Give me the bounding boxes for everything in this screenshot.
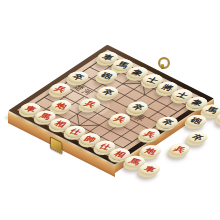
piece-character: 卒	[160, 118, 175, 126]
piece-character: 兵	[53, 85, 68, 93]
piece-character: 象	[190, 99, 205, 107]
piece-character: 仕	[98, 142, 113, 150]
intersection-f8-r6: 兵	[165, 141, 194, 158]
piece-character: 卒	[71, 73, 86, 81]
piece-character: 將	[160, 84, 175, 92]
piece-character: 兵	[142, 130, 157, 138]
brass-hinge-icon	[50, 136, 62, 154]
product-photo: 楚河 漢界 車馬象士將士象馬車砲砲卒卒卒卒卒兵兵兵兵兵炮炮車馬相仕帥仕相馬車	[0, 0, 220, 220]
brass-ring-stem	[161, 64, 164, 69]
piece-red-soldier[interactable]: 兵	[105, 111, 134, 128]
piece-character: 仕	[68, 127, 83, 135]
piece-character: 砲	[99, 71, 114, 79]
piece-character: 車	[23, 105, 38, 113]
piece-character: 卒	[130, 103, 145, 111]
intersection-f2-r6: 兵	[76, 96, 105, 113]
intersection-f4-r6: 兵	[105, 111, 134, 128]
piece-character: 兵	[83, 100, 98, 108]
piece-character: 炮	[54, 102, 69, 110]
piece-black-soldier[interactable]: 卒	[93, 84, 122, 101]
intersection-f2-r3: 卒	[93, 84, 122, 101]
piece-character: 車	[142, 165, 157, 173]
board-grid: 車馬象士將士象馬車砲砲卒卒卒卒卒兵兵兵兵兵炮炮車馬相仕帥仕相馬車	[16, 49, 206, 160]
piece-character: 士	[145, 76, 160, 84]
piece-character: 馬	[115, 61, 130, 69]
piece-character: 砲	[189, 117, 204, 125]
xiangqi-board: 楚河 漢界 車馬象士將士象馬車砲砲卒卒卒卒卒兵兵兵兵兵炮炮車馬相仕帥仕相馬車	[8, 45, 214, 165]
piece-character: 象	[130, 68, 145, 76]
piece-black-soldier[interactable]: 卒	[183, 129, 212, 146]
piece-character: 相	[113, 150, 128, 158]
piece-character: 車	[100, 53, 115, 61]
piece-character: 帥	[83, 135, 98, 143]
piece-character: 兵	[112, 115, 127, 123]
piece-character: 卒	[190, 133, 205, 141]
piece-red-soldier[interactable]: 兵	[76, 96, 105, 113]
piece-character: 馬	[127, 158, 142, 166]
piece-character: 馬	[38, 112, 53, 120]
piece-character: 兵	[172, 145, 187, 153]
piece-black-soldier[interactable]: 卒	[123, 99, 152, 116]
brass-ring-latch-icon	[158, 57, 170, 69]
intersection-f4-r3: 卒	[123, 99, 152, 116]
piece-character: 士	[175, 91, 190, 99]
piece-character: 馬	[205, 106, 220, 114]
piece-character: 炮	[143, 147, 158, 155]
piece-character: 相	[53, 120, 68, 128]
piece-red-soldier[interactable]: 兵	[165, 141, 194, 158]
piece-character: 卒	[100, 88, 115, 96]
intersection-f8-r3: 卒	[183, 129, 212, 146]
